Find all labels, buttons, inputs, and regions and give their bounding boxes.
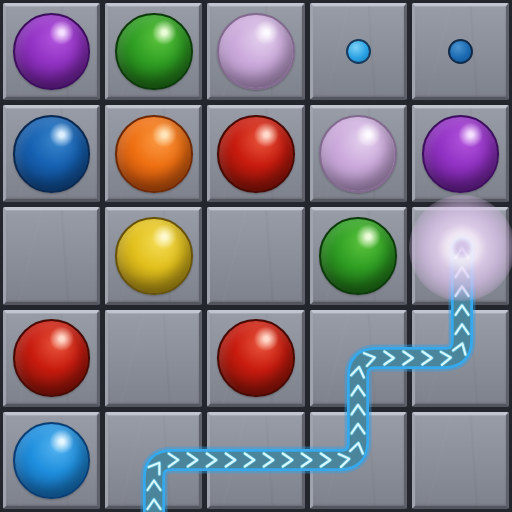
pink-ball[interactable] xyxy=(217,13,295,91)
tile-grid xyxy=(0,0,512,512)
cell-r2c1[interactable] xyxy=(3,105,100,202)
cell-r2c5[interactable] xyxy=(412,105,509,202)
cell-r5c2[interactable] xyxy=(105,412,202,509)
cell-r2c3[interactable] xyxy=(207,105,304,202)
cell-r2c4[interactable] xyxy=(310,105,407,202)
purple-ball[interactable] xyxy=(13,13,91,91)
green-ball[interactable] xyxy=(115,13,193,91)
yellow-ball[interactable] xyxy=(115,217,193,295)
cell-r3c1[interactable] xyxy=(3,207,100,304)
next-ball-preview-blue xyxy=(448,39,473,64)
cell-r5c5[interactable] xyxy=(412,412,509,509)
lightblue-ball[interactable] xyxy=(13,422,91,500)
cell-r1c3[interactable] xyxy=(207,3,304,100)
orange-ball[interactable] xyxy=(115,115,193,193)
cell-r3c4[interactable] xyxy=(310,207,407,304)
purple-ball[interactable] xyxy=(422,115,500,193)
game-board xyxy=(0,0,512,512)
cell-r4c2[interactable] xyxy=(105,310,202,407)
cell-r1c2[interactable] xyxy=(105,3,202,100)
red-ball[interactable] xyxy=(217,319,295,397)
cell-r4c3[interactable] xyxy=(207,310,304,407)
cell-r5c1[interactable] xyxy=(3,412,100,509)
cell-r4c4[interactable] xyxy=(310,310,407,407)
cell-r4c1[interactable] xyxy=(3,310,100,407)
green-ball[interactable] xyxy=(319,217,397,295)
next-ball-preview-lightblue xyxy=(346,39,371,64)
cell-r4c5[interactable] xyxy=(412,310,509,407)
cell-r1c1[interactable] xyxy=(3,3,100,100)
cell-r2c2[interactable] xyxy=(105,105,202,202)
red-ball[interactable] xyxy=(13,319,91,397)
red-ball[interactable] xyxy=(217,115,295,193)
cell-r3c5[interactable] xyxy=(412,207,509,304)
cell-r5c3[interactable] xyxy=(207,412,304,509)
cell-r3c3[interactable] xyxy=(207,207,304,304)
cell-r1c4[interactable] xyxy=(310,3,407,100)
cell-r3c2[interactable] xyxy=(105,207,202,304)
pink-ball[interactable] xyxy=(319,115,397,193)
cell-r5c4[interactable] xyxy=(310,412,407,509)
cell-r1c5[interactable] xyxy=(412,3,509,100)
blue-ball[interactable] xyxy=(13,115,91,193)
